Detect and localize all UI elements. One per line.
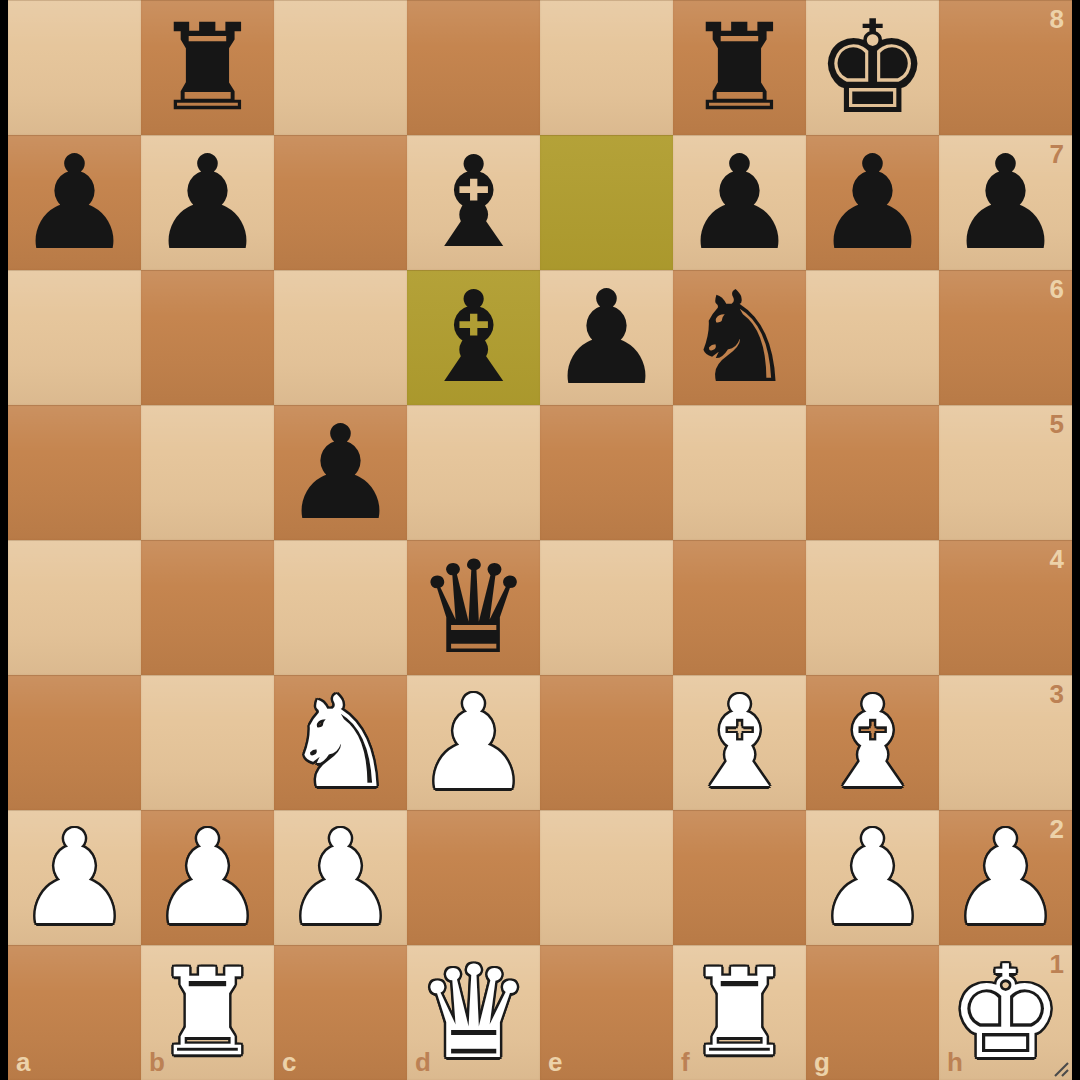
square-c6[interactable] (274, 270, 407, 405)
piece-white-pawn[interactable]: ♟ (407, 675, 540, 810)
square-h2[interactable]: 2♟ (939, 810, 1072, 945)
rank-label-4: 4 (1050, 544, 1064, 575)
square-g7[interactable]: ♟ (806, 135, 939, 270)
piece-black-bishop[interactable]: ♝ (407, 270, 540, 405)
square-h4[interactable]: 4 (939, 540, 1072, 675)
file-label-g: g (814, 1047, 830, 1078)
square-e5[interactable] (540, 405, 673, 540)
board-resize-handle-icon[interactable] (1048, 1056, 1070, 1078)
piece-white-pawn[interactable]: ♟ (806, 810, 939, 945)
square-d2[interactable] (407, 810, 540, 945)
square-e2[interactable] (540, 810, 673, 945)
square-f5[interactable] (673, 405, 806, 540)
piece-black-pawn[interactable]: ♟ (673, 135, 806, 270)
square-e4[interactable] (540, 540, 673, 675)
square-d8[interactable] (407, 0, 540, 135)
square-f8[interactable]: ♜ (673, 0, 806, 135)
square-f6[interactable]: ♞ (673, 270, 806, 405)
piece-white-queen[interactable]: ♛ (407, 945, 540, 1080)
square-e7[interactable] (540, 135, 673, 270)
square-b8[interactable]: ♜ (141, 0, 274, 135)
square-b3[interactable] (141, 675, 274, 810)
square-b7[interactable]: ♟ (141, 135, 274, 270)
square-e6[interactable]: ♟ (540, 270, 673, 405)
piece-black-rook[interactable]: ♜ (673, 0, 806, 135)
square-a5[interactable] (8, 405, 141, 540)
piece-white-knight[interactable]: ♞ (274, 675, 407, 810)
piece-white-rook[interactable]: ♜ (141, 945, 274, 1080)
square-f7[interactable]: ♟ (673, 135, 806, 270)
piece-black-bishop[interactable]: ♝ (407, 135, 540, 270)
square-b6[interactable] (141, 270, 274, 405)
square-b4[interactable] (141, 540, 274, 675)
square-g5[interactable] (806, 405, 939, 540)
square-g6[interactable] (806, 270, 939, 405)
piece-white-pawn[interactable]: ♟ (8, 810, 141, 945)
square-d7[interactable]: ♝ (407, 135, 540, 270)
chess-board[interactable]: ♜♜♚8♟♟♝♟♟7♟♝♟♞6♟5♛4♞♟♝♝3♟♟♟♟2♟ab♜cd♛ef♜g… (8, 0, 1072, 1080)
square-c8[interactable] (274, 0, 407, 135)
square-c3[interactable]: ♞ (274, 675, 407, 810)
square-f2[interactable] (673, 810, 806, 945)
file-label-a: a (16, 1047, 30, 1078)
letterbox-left (0, 0, 8, 1080)
square-f1[interactable]: f♜ (673, 945, 806, 1080)
square-d3[interactable]: ♟ (407, 675, 540, 810)
square-c7[interactable] (274, 135, 407, 270)
piece-black-queen[interactable]: ♛ (407, 540, 540, 675)
square-c5[interactable]: ♟ (274, 405, 407, 540)
piece-white-pawn[interactable]: ♟ (141, 810, 274, 945)
square-e3[interactable] (540, 675, 673, 810)
square-f3[interactable]: ♝ (673, 675, 806, 810)
rank-label-6: 6 (1050, 274, 1064, 305)
file-label-c: c (282, 1047, 296, 1078)
piece-white-bishop[interactable]: ♝ (673, 675, 806, 810)
square-h7[interactable]: 7♟ (939, 135, 1072, 270)
piece-black-pawn[interactable]: ♟ (939, 135, 1072, 270)
square-g4[interactable] (806, 540, 939, 675)
square-g2[interactable]: ♟ (806, 810, 939, 945)
rank-label-5: 5 (1050, 409, 1064, 440)
piece-black-pawn[interactable]: ♟ (141, 135, 274, 270)
square-e1[interactable]: e (540, 945, 673, 1080)
letterbox-right (1072, 0, 1080, 1080)
square-a3[interactable] (8, 675, 141, 810)
piece-black-rook[interactable]: ♜ (141, 0, 274, 135)
board-stage: ♜♜♚8♟♟♝♟♟7♟♝♟♞6♟5♛4♞♟♝♝3♟♟♟♟2♟ab♜cd♛ef♜g… (0, 0, 1080, 1080)
square-a2[interactable]: ♟ (8, 810, 141, 945)
piece-black-pawn[interactable]: ♟ (806, 135, 939, 270)
piece-white-bishop[interactable]: ♝ (806, 675, 939, 810)
piece-black-pawn[interactable]: ♟ (274, 405, 407, 540)
square-h3[interactable]: 3 (939, 675, 1072, 810)
file-label-e: e (548, 1047, 562, 1078)
square-a4[interactable] (8, 540, 141, 675)
piece-white-pawn[interactable]: ♟ (274, 810, 407, 945)
square-b5[interactable] (141, 405, 274, 540)
square-b2[interactable]: ♟ (141, 810, 274, 945)
square-g1[interactable]: g (806, 945, 939, 1080)
square-a1[interactable]: a (8, 945, 141, 1080)
piece-black-pawn[interactable]: ♟ (540, 270, 673, 405)
square-b1[interactable]: b♜ (141, 945, 274, 1080)
square-e8[interactable] (540, 0, 673, 135)
square-a6[interactable] (8, 270, 141, 405)
square-d5[interactable] (407, 405, 540, 540)
square-g8[interactable]: ♚ (806, 0, 939, 135)
square-a7[interactable]: ♟ (8, 135, 141, 270)
piece-white-rook[interactable]: ♜ (673, 945, 806, 1080)
piece-white-pawn[interactable]: ♟ (939, 810, 1072, 945)
square-d6[interactable]: ♝ (407, 270, 540, 405)
square-a8[interactable] (8, 0, 141, 135)
rank-label-3: 3 (1050, 679, 1064, 710)
rank-label-8: 8 (1050, 4, 1064, 35)
piece-black-king[interactable]: ♚ (806, 0, 939, 135)
square-c2[interactable]: ♟ (274, 810, 407, 945)
square-d1[interactable]: d♛ (407, 945, 540, 1080)
square-h5[interactable]: 5 (939, 405, 1072, 540)
square-g3[interactable]: ♝ (806, 675, 939, 810)
square-c1[interactable]: c (274, 945, 407, 1080)
square-h6[interactable]: 6 (939, 270, 1072, 405)
piece-black-knight[interactable]: ♞ (673, 270, 806, 405)
square-d4[interactable]: ♛ (407, 540, 540, 675)
square-c4[interactable] (274, 540, 407, 675)
piece-black-pawn[interactable]: ♟ (8, 135, 141, 270)
square-h8[interactable]: 8 (939, 0, 1072, 135)
square-f4[interactable] (673, 540, 806, 675)
